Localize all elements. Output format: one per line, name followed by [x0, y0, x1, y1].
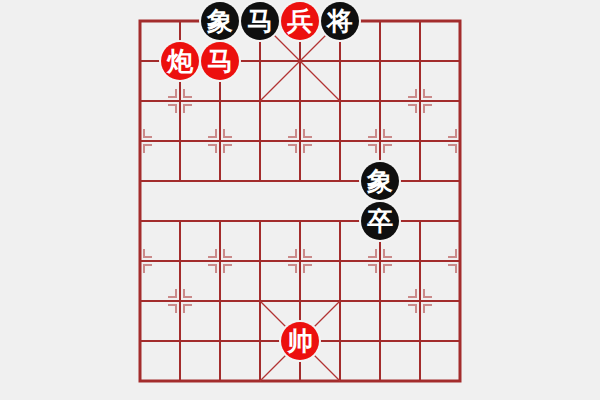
xiangqi-board: 象马兵将炮马象卒帅 [0, 0, 600, 400]
piece-black-general[interactable]: 将 [321, 2, 359, 40]
pieces-layer: 象马兵将炮马象卒帅 [120, 1, 480, 400]
piece-red-soldier[interactable]: 兵 [281, 2, 319, 40]
piece-black-elephant[interactable]: 象 [361, 162, 399, 200]
piece-red-horse[interactable]: 马 [201, 42, 239, 80]
piece-black-elephant[interactable]: 象 [201, 2, 239, 40]
piece-black-soldier[interactable]: 卒 [361, 202, 399, 240]
piece-red-general[interactable]: 帅 [281, 322, 319, 360]
piece-black-horse[interactable]: 马 [241, 2, 279, 40]
piece-red-cannon[interactable]: 炮 [161, 42, 199, 80]
